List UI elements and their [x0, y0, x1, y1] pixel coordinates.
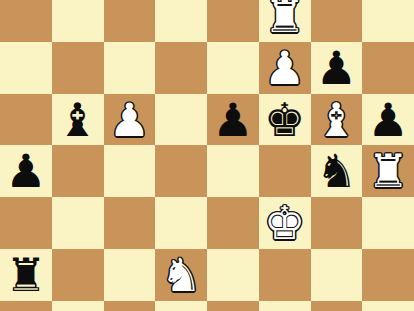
white-bishop[interactable]: ♝ [316, 95, 357, 147]
square-h3[interactable] [362, 249, 414, 301]
black-pawn[interactable]: ♟ [5, 146, 46, 198]
square-d7[interactable] [155, 42, 207, 94]
square-e6[interactable]: ♟ [207, 94, 259, 146]
square-h7[interactable] [362, 42, 414, 94]
square-h4[interactable] [362, 197, 414, 249]
square-e5[interactable] [207, 145, 259, 197]
square-f2[interactable] [259, 301, 311, 311]
square-g7[interactable]: ♟ [311, 42, 363, 94]
square-d3[interactable]: ♞ [155, 249, 207, 301]
square-e7[interactable] [207, 42, 259, 94]
square-b5[interactable] [52, 145, 104, 197]
square-g3[interactable] [311, 249, 363, 301]
square-g5[interactable]: ♞ [311, 145, 363, 197]
square-e3[interactable] [207, 249, 259, 301]
square-c8[interactable] [104, 0, 156, 42]
square-f3[interactable] [259, 249, 311, 301]
square-c4[interactable] [104, 197, 156, 249]
square-a4[interactable] [0, 197, 52, 249]
black-pawn[interactable]: ♟ [212, 95, 253, 147]
square-g6[interactable]: ♝ [311, 94, 363, 146]
black-king[interactable]: ♚ [264, 95, 305, 147]
square-e4[interactable] [207, 197, 259, 249]
black-knight[interactable]: ♞ [316, 146, 357, 198]
white-knight[interactable]: ♞ [161, 250, 202, 302]
square-c7[interactable] [104, 42, 156, 94]
square-c2[interactable] [104, 301, 156, 311]
square-g8[interactable] [311, 0, 363, 42]
square-e8[interactable] [207, 0, 259, 42]
white-rook[interactable]: ♜ [264, 0, 305, 43]
white-pawn[interactable]: ♟ [264, 43, 305, 95]
square-e2[interactable] [207, 301, 259, 311]
square-h2[interactable] [362, 301, 414, 311]
square-b8[interactable] [52, 0, 104, 42]
white-pawn[interactable]: ♟ [109, 95, 150, 147]
square-b3[interactable] [52, 249, 104, 301]
square-d8[interactable] [155, 0, 207, 42]
square-g4[interactable] [311, 197, 363, 249]
square-b4[interactable] [52, 197, 104, 249]
square-g2[interactable] [311, 301, 363, 311]
black-bishop[interactable]: ♝ [57, 95, 98, 147]
square-d5[interactable] [155, 145, 207, 197]
square-d2[interactable] [155, 301, 207, 311]
square-a2[interactable] [0, 301, 52, 311]
square-a5[interactable]: ♟ [0, 145, 52, 197]
square-c5[interactable] [104, 145, 156, 197]
square-a6[interactable] [0, 94, 52, 146]
square-f8[interactable]: ♜ [259, 0, 311, 42]
black-pawn[interactable]: ♟ [368, 95, 409, 147]
square-a7[interactable] [0, 42, 52, 94]
square-h8[interactable] [362, 0, 414, 42]
square-c3[interactable] [104, 249, 156, 301]
square-b7[interactable] [52, 42, 104, 94]
square-d6[interactable] [155, 94, 207, 146]
square-f7[interactable]: ♟ [259, 42, 311, 94]
square-f5[interactable] [259, 145, 311, 197]
square-b6[interactable]: ♝ [52, 94, 104, 146]
square-a8[interactable] [0, 0, 52, 42]
square-d4[interactable] [155, 197, 207, 249]
square-f6[interactable]: ♚ [259, 94, 311, 146]
square-f4[interactable]: ♚ [259, 197, 311, 249]
white-rook[interactable]: ♜ [368, 146, 409, 198]
square-a3[interactable]: ♜ [0, 249, 52, 301]
square-b2[interactable] [52, 301, 104, 311]
chess-diagram-viewport: ♜♟♟♝♟♟♚♝♟♟♞♜♚♜♞ [0, 0, 414, 311]
chess-board: ♜♟♟♝♟♟♚♝♟♟♞♜♚♜♞ [0, 0, 414, 311]
white-king[interactable]: ♚ [264, 198, 305, 250]
square-c6[interactable]: ♟ [104, 94, 156, 146]
square-h5[interactable]: ♜ [362, 145, 414, 197]
black-rook[interactable]: ♜ [5, 250, 46, 302]
square-h6[interactable]: ♟ [362, 94, 414, 146]
black-pawn[interactable]: ♟ [316, 43, 357, 95]
